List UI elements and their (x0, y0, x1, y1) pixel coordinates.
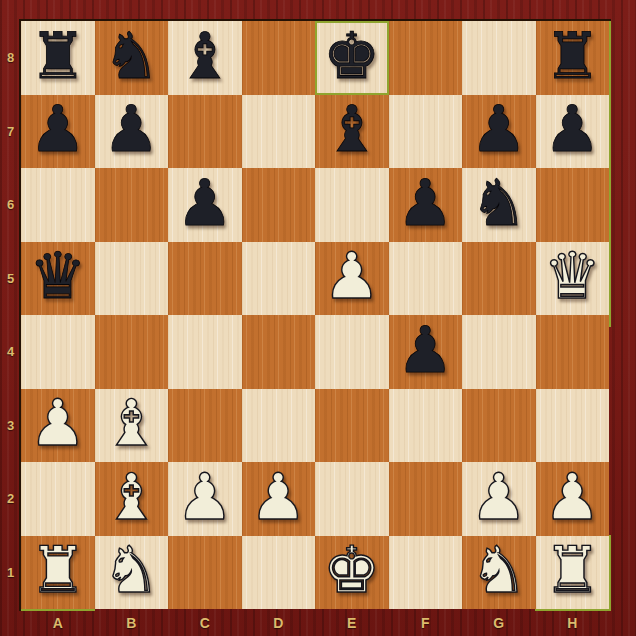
rank-label-5: 5 (0, 242, 21, 316)
piece-white-pawn-d2[interactable]: ♟ (250, 465, 307, 529)
square-f6[interactable]: ♟ (389, 168, 463, 242)
square-h1[interactable]: ♜ (536, 536, 610, 610)
file-label-a: A (21, 609, 95, 636)
piece-black-pawn-f4[interactable]: ♟ (397, 318, 454, 382)
square-d7[interactable] (242, 95, 316, 169)
rank-label-1: 1 (0, 536, 21, 610)
square-b3[interactable]: ♝ (95, 389, 169, 463)
square-b4[interactable] (95, 315, 169, 389)
square-a6[interactable] (21, 168, 95, 242)
square-g1[interactable]: ♞ (462, 536, 536, 610)
piece-white-queen-h5[interactable]: ♛ (544, 244, 601, 308)
file-label-g: G (462, 609, 536, 636)
square-g2[interactable]: ♟ (462, 462, 536, 536)
rank-label-8: 8 (0, 21, 21, 95)
file-label-d: D (242, 609, 316, 636)
square-b1[interactable]: ♞ (95, 536, 169, 610)
chess-board[interactable]: ♜♞♝♚♜♟♟♝♟♟♟♟♞♛♟♛♟♟♝♝♟♟♟♟♜♞♚♞♜ (21, 21, 609, 609)
board-edge-highlight-right-upper (609, 21, 611, 327)
piece-black-knight-g6[interactable]: ♞ (470, 171, 527, 235)
square-f7[interactable] (389, 95, 463, 169)
square-d2[interactable]: ♟ (242, 462, 316, 536)
square-c7[interactable] (168, 95, 242, 169)
piece-black-bishop-e7[interactable]: ♝ (323, 97, 380, 161)
piece-black-pawn-c6[interactable]: ♟ (176, 171, 233, 235)
rank-label-6: 6 (0, 168, 21, 242)
file-label-b: B (95, 609, 169, 636)
square-d6[interactable] (242, 168, 316, 242)
file-label-c: C (168, 609, 242, 636)
square-c8[interactable]: ♝ (168, 21, 242, 95)
piece-black-pawn-f6[interactable]: ♟ (397, 171, 454, 235)
square-c2[interactable]: ♟ (168, 462, 242, 536)
square-e1[interactable]: ♚ (315, 536, 389, 610)
piece-white-bishop-b2[interactable]: ♝ (103, 465, 160, 529)
piece-black-knight-b8[interactable]: ♞ (103, 24, 160, 88)
square-f5[interactable] (389, 242, 463, 316)
square-a4[interactable] (21, 315, 95, 389)
square-f1[interactable] (389, 536, 463, 610)
square-b6[interactable] (95, 168, 169, 242)
square-g3[interactable] (462, 389, 536, 463)
chess-board-frame: 87654321 ♜♞♝♚♜♟♟♝♟♟♟♟♞♛♟♛♟♟♝♝♟♟♟♟♜♞♚♞♜ A… (0, 0, 636, 636)
piece-black-pawn-g7[interactable]: ♟ (470, 97, 527, 161)
square-h6[interactable] (536, 168, 610, 242)
square-c4[interactable] (168, 315, 242, 389)
square-h2[interactable]: ♟ (536, 462, 610, 536)
square-e5[interactable]: ♟ (315, 242, 389, 316)
square-a7[interactable]: ♟ (21, 95, 95, 169)
piece-white-pawn-a3[interactable]: ♟ (29, 391, 86, 455)
square-h4[interactable] (536, 315, 610, 389)
square-f3[interactable] (389, 389, 463, 463)
square-d1[interactable] (242, 536, 316, 610)
square-e2[interactable] (315, 462, 389, 536)
square-e6[interactable] (315, 168, 389, 242)
square-a5[interactable]: ♛ (21, 242, 95, 316)
square-b2[interactable]: ♝ (95, 462, 169, 536)
square-d4[interactable] (242, 315, 316, 389)
square-g5[interactable] (462, 242, 536, 316)
square-a8[interactable]: ♜ (21, 21, 95, 95)
file-label-f: F (389, 609, 463, 636)
file-label-h: H (536, 609, 610, 636)
piece-white-pawn-c2[interactable]: ♟ (176, 465, 233, 529)
piece-white-knight-g1[interactable]: ♞ (470, 538, 527, 602)
piece-white-bishop-b3[interactable]: ♝ (103, 391, 160, 455)
square-d3[interactable] (242, 389, 316, 463)
square-g7[interactable]: ♟ (462, 95, 536, 169)
square-b7[interactable]: ♟ (95, 95, 169, 169)
piece-black-king-e8[interactable]: ♚ (323, 24, 380, 88)
square-b5[interactable] (95, 242, 169, 316)
file-label-e: E (315, 609, 389, 636)
square-e8[interactable]: ♚ (315, 21, 389, 95)
square-g6[interactable]: ♞ (462, 168, 536, 242)
square-c1[interactable] (168, 536, 242, 610)
rank-label-3: 3 (0, 389, 21, 463)
piece-white-rook-a1[interactable]: ♜ (29, 538, 86, 602)
square-c5[interactable] (168, 242, 242, 316)
piece-black-pawn-h7[interactable]: ♟ (544, 97, 601, 161)
square-e4[interactable] (315, 315, 389, 389)
square-h8[interactable]: ♜ (536, 21, 610, 95)
piece-white-knight-b1[interactable]: ♞ (103, 538, 160, 602)
rank-label-2: 2 (0, 462, 21, 536)
square-a1[interactable]: ♜ (21, 536, 95, 610)
square-e7[interactable]: ♝ (315, 95, 389, 169)
square-g8[interactable] (462, 21, 536, 95)
piece-black-rook-a8[interactable]: ♜ (29, 24, 86, 88)
square-c3[interactable] (168, 389, 242, 463)
piece-white-pawn-e5[interactable]: ♟ (323, 244, 380, 308)
square-f8[interactable] (389, 21, 463, 95)
square-a3[interactable]: ♟ (21, 389, 95, 463)
rank-labels: 87654321 (0, 21, 21, 609)
piece-white-pawn-g2[interactable]: ♟ (470, 465, 527, 529)
piece-black-pawn-b7[interactable]: ♟ (103, 97, 160, 161)
square-c6[interactable]: ♟ (168, 168, 242, 242)
square-f2[interactable] (389, 462, 463, 536)
square-f4[interactable]: ♟ (389, 315, 463, 389)
piece-white-rook-h1[interactable]: ♜ (544, 538, 601, 602)
rank-label-7: 7 (0, 95, 21, 169)
square-d8[interactable] (242, 21, 316, 95)
square-h7[interactable]: ♟ (536, 95, 610, 169)
piece-black-bishop-c8[interactable]: ♝ (176, 24, 233, 88)
file-labels: ABCDEFGH (21, 609, 609, 636)
square-a2[interactable] (21, 462, 95, 536)
piece-black-queen-a5[interactable]: ♛ (29, 244, 86, 308)
square-h3[interactable] (536, 389, 610, 463)
piece-white-pawn-h2[interactable]: ♟ (544, 465, 601, 529)
square-g4[interactable] (462, 315, 536, 389)
rank-label-4: 4 (0, 315, 21, 389)
square-e3[interactable] (315, 389, 389, 463)
square-d5[interactable] (242, 242, 316, 316)
square-h5[interactable]: ♛ (536, 242, 610, 316)
square-b8[interactable]: ♞ (95, 21, 169, 95)
board-edge-highlight-right-lower (609, 535, 611, 609)
piece-black-pawn-a7[interactable]: ♟ (29, 97, 86, 161)
piece-white-king-e1[interactable]: ♚ (323, 538, 380, 602)
piece-black-rook-h8[interactable]: ♜ (544, 24, 601, 88)
